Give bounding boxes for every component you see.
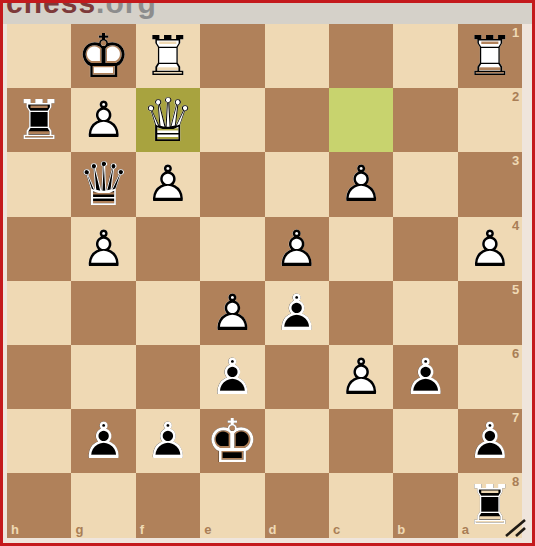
piece-white-pawn[interactable]: ♟♙ (71, 217, 135, 281)
file-label-b: b (397, 523, 405, 536)
square-e8[interactable]: e (200, 473, 264, 537)
square-d2[interactable] (265, 88, 329, 152)
app-window: chess.org ♚♔♜♖1♜♖♜♖♟♙♛♕2♛♕♟♙♟♙3♟♙♟♙4♟♙♟♙… (0, 0, 535, 546)
square-g1[interactable]: ♚♔ (71, 24, 135, 88)
square-b3[interactable] (393, 152, 457, 216)
square-e1[interactable] (200, 24, 264, 88)
square-e4[interactable] (200, 217, 264, 281)
rank-label-2: 2 (512, 90, 519, 103)
piece-white-king[interactable]: ♚♔ (71, 24, 135, 88)
square-a6[interactable]: 6 (458, 345, 522, 409)
piece-glyph-outline: ♕ (77, 154, 131, 214)
square-c6[interactable]: ♟♙ (329, 345, 393, 409)
square-h2[interactable]: ♜♖ (7, 88, 71, 152)
piece-glyph-outline: ♙ (468, 224, 513, 274)
piece-glyph-outline: ♙ (403, 352, 448, 402)
square-f6[interactable] (136, 345, 200, 409)
piece-glyph-outline: ♔ (205, 411, 259, 471)
square-d6[interactable] (265, 345, 329, 409)
square-d7[interactable] (265, 409, 329, 473)
square-b4[interactable] (393, 217, 457, 281)
square-f1[interactable]: ♜♖ (136, 24, 200, 88)
site-logo: chess.org (6, 3, 157, 20)
square-f5[interactable] (136, 281, 200, 345)
square-f3[interactable]: ♟♙ (136, 152, 200, 216)
piece-glyph-outline: ♙ (81, 224, 126, 274)
square-g8[interactable]: g (71, 473, 135, 537)
square-g5[interactable] (71, 281, 135, 345)
piece-white-rook[interactable]: ♜♖ (458, 24, 522, 88)
square-g2[interactable]: ♟♙ (71, 88, 135, 152)
piece-glyph-outline: ♙ (339, 159, 384, 209)
file-label-f: f (140, 523, 144, 536)
square-h6[interactable] (7, 345, 71, 409)
piece-white-pawn[interactable]: ♟♙ (71, 88, 135, 152)
piece-glyph-outline: ♙ (274, 288, 319, 338)
piece-white-pawn[interactable]: ♟♙ (200, 281, 264, 345)
piece-white-pawn[interactable]: ♟♙ (458, 217, 522, 281)
piece-glyph-outline: ♙ (81, 416, 126, 466)
piece-black-queen[interactable]: ♛♕ (71, 152, 135, 216)
piece-glyph-outline: ♔ (77, 26, 131, 86)
piece-glyph-outline: ♙ (274, 224, 319, 274)
piece-black-king[interactable]: ♚♔ (200, 409, 264, 473)
square-d4[interactable]: ♟♙ (265, 217, 329, 281)
square-e6[interactable]: ♟♙ (200, 345, 264, 409)
square-b1[interactable] (393, 24, 457, 88)
square-b8[interactable]: b (393, 473, 457, 537)
piece-glyph-outline: ♙ (339, 352, 384, 402)
file-label-g: g (75, 523, 83, 536)
piece-glyph-outline: ♖ (143, 29, 192, 84)
piece-glyph-outline: ♙ (81, 95, 126, 145)
square-e3[interactable] (200, 152, 264, 216)
square-g4[interactable]: ♟♙ (71, 217, 135, 281)
file-label-e: e (204, 523, 211, 536)
piece-white-queen[interactable]: ♛♕ (136, 88, 200, 152)
square-c3[interactable]: ♟♙ (329, 152, 393, 216)
square-d8[interactable]: d (265, 473, 329, 537)
piece-black-pawn[interactable]: ♟♙ (393, 345, 457, 409)
square-d3[interactable] (265, 152, 329, 216)
piece-glyph-outline: ♙ (146, 159, 191, 209)
square-e2[interactable] (200, 88, 264, 152)
board-resize-icon[interactable] (504, 517, 528, 539)
piece-white-rook[interactable]: ♜♖ (136, 24, 200, 88)
square-c4[interactable] (329, 217, 393, 281)
piece-glyph-outline: ♙ (210, 288, 255, 338)
file-label-c: c (333, 523, 340, 536)
piece-white-pawn[interactable]: ♟♙ (265, 217, 329, 281)
piece-glyph-outline: ♙ (468, 416, 513, 466)
piece-black-pawn[interactable]: ♟♙ (136, 409, 200, 473)
square-b6[interactable]: ♟♙ (393, 345, 457, 409)
square-d5[interactable]: ♟♙ (265, 281, 329, 345)
square-b7[interactable] (393, 409, 457, 473)
square-h3[interactable] (7, 152, 71, 216)
square-c2[interactable] (329, 88, 393, 152)
piece-glyph-outline: ♖ (465, 29, 514, 84)
file-label-h: h (11, 523, 19, 536)
square-a3[interactable]: 3 (458, 152, 522, 216)
piece-glyph-outline: ♕ (141, 90, 195, 150)
chess-board[interactable]: ♚♔♜♖1♜♖♜♖♟♙♛♕2♛♕♟♙♟♙3♟♙♟♙4♟♙♟♙♟♙5♟♙♟♙♟♙6… (7, 24, 522, 538)
square-g7[interactable]: ♟♙ (71, 409, 135, 473)
square-c7[interactable] (329, 409, 393, 473)
square-a1[interactable]: 1♜♖ (458, 24, 522, 88)
site-logo-org: .org (96, 3, 157, 19)
piece-black-pawn[interactable]: ♟♙ (458, 409, 522, 473)
square-h5[interactable] (7, 281, 71, 345)
piece-glyph-outline: ♙ (146, 416, 191, 466)
square-g3[interactable]: ♛♕ (71, 152, 135, 216)
piece-black-pawn[interactable]: ♟♙ (71, 409, 135, 473)
piece-black-pawn[interactable]: ♟♙ (200, 345, 264, 409)
square-h8[interactable]: h (7, 473, 71, 537)
square-f7[interactable]: ♟♙ (136, 409, 200, 473)
square-a7[interactable]: 7♟♙ (458, 409, 522, 473)
piece-glyph-outline: ♙ (210, 352, 255, 402)
square-f8[interactable]: f (136, 473, 200, 537)
square-d1[interactable] (265, 24, 329, 88)
square-h1[interactable] (7, 24, 71, 88)
square-f4[interactable] (136, 217, 200, 281)
piece-glyph-outline: ♖ (15, 93, 64, 148)
square-f2[interactable]: ♛♕ (136, 88, 200, 152)
piece-white-pawn[interactable]: ♟♙ (329, 152, 393, 216)
square-c5[interactable] (329, 281, 393, 345)
square-c1[interactable] (329, 24, 393, 88)
piece-white-pawn[interactable]: ♟♙ (136, 152, 200, 216)
piece-black-rook[interactable]: ♜♖ (7, 88, 71, 152)
square-a4[interactable]: 4♟♙ (458, 217, 522, 281)
square-e7[interactable]: ♚♔ (200, 409, 264, 473)
piece-black-pawn[interactable]: ♟♙ (265, 281, 329, 345)
square-g6[interactable] (71, 345, 135, 409)
square-a2[interactable]: 2 (458, 88, 522, 152)
square-h4[interactable] (7, 217, 71, 281)
square-c8[interactable]: c (329, 473, 393, 537)
square-h7[interactable] (7, 409, 71, 473)
rank-label-3: 3 (512, 154, 519, 167)
square-b5[interactable] (393, 281, 457, 345)
square-b2[interactable] (393, 88, 457, 152)
file-label-d: d (269, 523, 277, 536)
piece-white-pawn[interactable]: ♟♙ (329, 345, 393, 409)
rank-label-5: 5 (512, 283, 519, 296)
square-a5[interactable]: 5 (458, 281, 522, 345)
rank-label-6: 6 (512, 347, 519, 360)
site-logo-chess: chess (6, 3, 96, 19)
square-e5[interactable]: ♟♙ (200, 281, 264, 345)
